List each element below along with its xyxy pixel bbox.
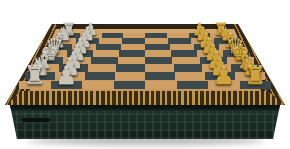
- chess-set-photo: ♜♞♝♛♚♝♞♜♟♟♟♟♟♟♟♟♟♟♟♟♟♟♟♟♜♞♝♛♚♝♞♜: [0, 0, 290, 149]
- piece-white-rook-h1: ♜: [24, 64, 46, 88]
- piece-black-pawn-h7: ♟: [213, 64, 235, 88]
- piece-black-rook-h8: ♜: [244, 64, 266, 88]
- pieces-layer: ♜♞♝♛♚♝♞♜♟♟♟♟♟♟♟♟♟♟♟♟♟♟♟♟♜♞♝♛♚♝♞♜: [0, 0, 290, 149]
- piece-white-pawn-h2: ♟: [55, 64, 77, 88]
